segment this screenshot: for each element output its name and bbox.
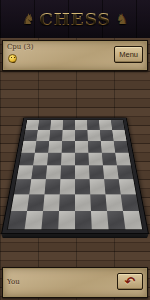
square-c6[interactable] bbox=[90, 179, 106, 194]
chess-board bbox=[1, 118, 149, 234]
undo-arrow-icon: ↶ bbox=[125, 275, 136, 288]
square-f1[interactable] bbox=[50, 120, 63, 130]
square-a3[interactable] bbox=[114, 141, 129, 153]
board-area bbox=[0, 86, 150, 242]
square-f6[interactable] bbox=[45, 179, 61, 194]
player-status-bar: You ↶ bbox=[2, 267, 148, 298]
square-d2[interactable] bbox=[75, 130, 88, 141]
opponent-label: Cpu (3) bbox=[7, 43, 34, 51]
square-g6[interactable] bbox=[29, 179, 46, 194]
square-a1[interactable] bbox=[111, 120, 125, 130]
square-e3[interactable] bbox=[62, 141, 75, 153]
square-a6[interactable] bbox=[119, 179, 136, 194]
square-e8[interactable] bbox=[58, 211, 75, 229]
chess-app-screen: ♞ CHESS ♞ Cpu (3) Menu You ↶ bbox=[0, 0, 150, 300]
square-d4[interactable] bbox=[75, 153, 89, 166]
board-grid bbox=[7, 120, 144, 231]
square-a2[interactable] bbox=[112, 130, 126, 141]
opponent-status-bar: Cpu (3) Menu bbox=[2, 40, 148, 71]
square-c7[interactable] bbox=[90, 194, 107, 211]
square-g5[interactable] bbox=[31, 165, 47, 179]
square-c4[interactable] bbox=[88, 153, 103, 166]
square-c8[interactable] bbox=[91, 211, 109, 229]
square-h7[interactable] bbox=[11, 194, 29, 211]
square-e7[interactable] bbox=[59, 194, 75, 211]
square-h8[interactable] bbox=[8, 211, 27, 229]
undo-button[interactable]: ↶ bbox=[117, 273, 143, 290]
smiley-face-icon bbox=[8, 54, 17, 63]
square-e5[interactable] bbox=[60, 165, 75, 179]
square-c1[interactable] bbox=[87, 120, 100, 130]
player-label: You bbox=[7, 278, 20, 286]
square-e1[interactable] bbox=[63, 120, 75, 130]
square-a4[interactable] bbox=[115, 153, 131, 166]
square-g3[interactable] bbox=[35, 141, 49, 153]
square-g7[interactable] bbox=[27, 194, 44, 211]
square-c3[interactable] bbox=[88, 141, 102, 153]
square-d1[interactable] bbox=[75, 120, 87, 130]
square-a8[interactable] bbox=[123, 211, 142, 229]
square-d7[interactable] bbox=[75, 194, 91, 211]
app-header: ♞ CHESS ♞ bbox=[0, 0, 150, 38]
square-f7[interactable] bbox=[43, 194, 60, 211]
knight-right-icon: ♞ bbox=[116, 12, 129, 26]
square-f3[interactable] bbox=[48, 141, 62, 153]
square-g2[interactable] bbox=[36, 130, 50, 141]
square-a7[interactable] bbox=[121, 194, 139, 211]
square-d8[interactable] bbox=[75, 211, 92, 229]
square-d3[interactable] bbox=[75, 141, 88, 153]
square-e4[interactable] bbox=[61, 153, 75, 166]
square-f4[interactable] bbox=[47, 153, 62, 166]
square-c5[interactable] bbox=[89, 165, 104, 179]
square-c2[interactable] bbox=[87, 130, 100, 141]
app-title: CHESS bbox=[39, 11, 111, 28]
square-e2[interactable] bbox=[62, 130, 75, 141]
square-e6[interactable] bbox=[60, 179, 75, 194]
square-f2[interactable] bbox=[49, 130, 62, 141]
square-g4[interactable] bbox=[33, 153, 48, 166]
menu-button[interactable]: Menu bbox=[114, 46, 143, 63]
square-f8[interactable] bbox=[41, 211, 59, 229]
square-g8[interactable] bbox=[25, 211, 43, 229]
square-f5[interactable] bbox=[46, 165, 61, 179]
square-d5[interactable] bbox=[75, 165, 90, 179]
square-a5[interactable] bbox=[117, 165, 133, 179]
knight-left-icon: ♞ bbox=[22, 12, 35, 26]
square-g1[interactable] bbox=[38, 120, 51, 130]
square-d6[interactable] bbox=[75, 179, 90, 194]
